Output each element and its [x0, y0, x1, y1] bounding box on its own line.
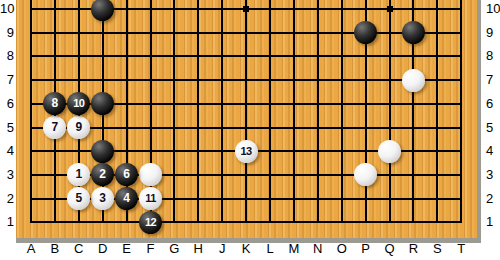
stone-B6: 8 [43, 92, 66, 115]
star-point-Q10 [387, 6, 393, 12]
row-label-left-10: 10 [0, 1, 14, 17]
row-label-left-5: 5 [0, 120, 14, 136]
row-label-right-7: 7 [486, 72, 500, 88]
row-label-right-6: 6 [486, 96, 500, 112]
stone-E3: 6 [115, 163, 138, 186]
row-label-left-4: 4 [0, 143, 14, 159]
column-label-H: H [186, 241, 210, 257]
stone-C3: 1 [67, 163, 90, 186]
stone-E2: 4 [115, 187, 138, 210]
row-label-right-9: 9 [486, 25, 500, 41]
star-point-K10 [243, 6, 249, 12]
column-label-L: L [258, 241, 282, 257]
grid-line-row-7 [30, 79, 462, 81]
stone-R9 [402, 21, 425, 44]
stone-C6: 10 [67, 92, 90, 115]
column-label-R: R [401, 241, 425, 257]
stone-D2: 3 [91, 187, 114, 210]
stone-R7 [402, 69, 425, 92]
stone-D4 [91, 140, 114, 163]
stone-F3 [139, 163, 162, 186]
stone-F2: 11 [139, 187, 162, 210]
column-label-Q: Q [378, 241, 402, 257]
column-label-B: B [43, 241, 67, 257]
row-label-right-10: 10 [486, 1, 500, 17]
column-label-A: A [19, 241, 43, 257]
column-label-S: S [425, 241, 449, 257]
row-label-right-1: 1 [486, 214, 500, 230]
row-label-left-3: 3 [0, 167, 14, 183]
stone-F1: 12 [139, 211, 162, 234]
stone-Q4 [378, 140, 401, 163]
column-label-O: O [330, 241, 354, 257]
go-board[interactable]: 12345678910111213 [16, 0, 481, 243]
row-label-right-4: 4 [486, 143, 500, 159]
stone-P3 [354, 163, 377, 186]
row-label-right-5: 5 [486, 120, 500, 136]
stone-B5: 7 [43, 116, 66, 139]
column-label-P: P [354, 241, 378, 257]
row-label-left-9: 9 [0, 25, 14, 41]
stone-C5: 9 [67, 116, 90, 139]
column-label-F: F [139, 241, 163, 257]
grid-line-row-1 [30, 221, 462, 223]
stone-P9 [354, 21, 377, 44]
row-label-left-2: 2 [0, 191, 14, 207]
column-label-D: D [91, 241, 115, 257]
column-label-T: T [449, 241, 473, 257]
row-label-left-7: 7 [0, 72, 14, 88]
column-label-K: K [234, 241, 258, 257]
row-label-left-1: 1 [0, 214, 14, 230]
column-label-N: N [306, 241, 330, 257]
column-label-J: J [210, 241, 234, 257]
column-label-C: C [67, 241, 91, 257]
column-label-E: E [115, 241, 139, 257]
grid-line-row-9 [30, 32, 462, 34]
column-label-M: M [282, 241, 306, 257]
row-label-left-8: 8 [0, 48, 14, 64]
stone-D6 [91, 92, 114, 115]
row-label-right-8: 8 [486, 48, 500, 64]
grid-line-row-8 [30, 55, 462, 57]
column-label-G: G [162, 241, 186, 257]
row-label-right-3: 3 [486, 167, 500, 183]
row-label-right-2: 2 [486, 191, 500, 207]
stone-D10 [91, 0, 114, 21]
stone-D3: 2 [91, 163, 114, 186]
stone-K4: 13 [235, 140, 258, 163]
stone-C2: 5 [67, 187, 90, 210]
grid-line-row-5 [30, 127, 462, 129]
row-label-left-6: 6 [0, 96, 14, 112]
